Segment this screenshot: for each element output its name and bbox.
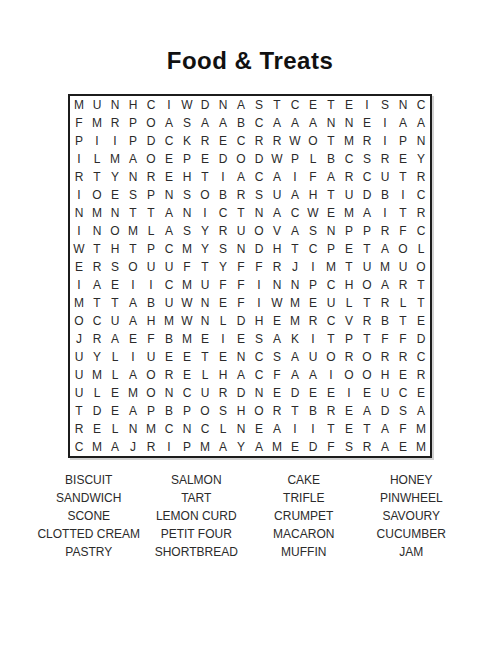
grid-cell[interactable]: B bbox=[304, 402, 322, 420]
grid-cell[interactable]: E bbox=[358, 114, 376, 132]
grid-cell[interactable]: F bbox=[394, 222, 412, 240]
grid-cell[interactable]: R bbox=[358, 132, 376, 150]
grid-cell[interactable]: U bbox=[142, 258, 160, 276]
grid-cell[interactable]: I bbox=[358, 96, 376, 114]
grid-cell[interactable]: T bbox=[70, 402, 88, 420]
grid-cell[interactable]: Y bbox=[196, 240, 214, 258]
grid-cell[interactable]: A bbox=[196, 114, 214, 132]
grid-cell[interactable]: C bbox=[394, 384, 412, 402]
grid-cell[interactable]: O bbox=[232, 150, 250, 168]
grid-cell[interactable]: U bbox=[322, 294, 340, 312]
grid-cell[interactable]: O bbox=[196, 186, 214, 204]
grid-cell[interactable]: U bbox=[340, 186, 358, 204]
grid-cell[interactable]: I bbox=[340, 384, 358, 402]
grid-cell[interactable]: U bbox=[232, 222, 250, 240]
grid-cell[interactable]: A bbox=[232, 96, 250, 114]
grid-cell[interactable]: I bbox=[250, 294, 268, 312]
grid-cell[interactable]: F bbox=[70, 114, 88, 132]
grid-cell[interactable]: C bbox=[250, 168, 268, 186]
grid-cell[interactable]: D bbox=[412, 330, 430, 348]
grid-cell[interactable]: A bbox=[106, 330, 124, 348]
grid-cell[interactable]: E bbox=[70, 258, 88, 276]
grid-cell[interactable]: T bbox=[322, 420, 340, 438]
grid-cell[interactable]: I bbox=[124, 276, 142, 294]
grid-cell[interactable]: L bbox=[214, 312, 232, 330]
grid-cell[interactable]: N bbox=[268, 276, 286, 294]
grid-cell[interactable]: E bbox=[106, 384, 124, 402]
grid-cell[interactable]: T bbox=[124, 204, 142, 222]
grid-cell[interactable]: N bbox=[196, 312, 214, 330]
grid-cell[interactable]: H bbox=[268, 240, 286, 258]
grid-cell[interactable]: E bbox=[394, 438, 412, 456]
grid-cell[interactable]: A bbox=[160, 114, 178, 132]
grid-cell[interactable]: T bbox=[196, 168, 214, 186]
grid-cell[interactable]: M bbox=[178, 276, 196, 294]
grid-cell[interactable]: N bbox=[232, 348, 250, 366]
grid-cell[interactable]: C bbox=[88, 312, 106, 330]
grid-cell[interactable]: Y bbox=[196, 222, 214, 240]
grid-cell[interactable]: C bbox=[322, 276, 340, 294]
grid-cell[interactable]: M bbox=[124, 384, 142, 402]
grid-cell[interactable]: B bbox=[160, 330, 178, 348]
grid-cell[interactable]: R bbox=[358, 312, 376, 330]
grid-cell[interactable]: R bbox=[412, 366, 430, 384]
grid-cell[interactable]: C bbox=[70, 438, 88, 456]
grid-cell[interactable]: T bbox=[412, 276, 430, 294]
grid-cell[interactable]: C bbox=[358, 168, 376, 186]
grid-cell[interactable]: E bbox=[358, 384, 376, 402]
grid-cell[interactable]: E bbox=[340, 240, 358, 258]
grid-cell[interactable]: E bbox=[340, 96, 358, 114]
grid-cell[interactable]: L bbox=[412, 240, 430, 258]
grid-cell[interactable]: O bbox=[394, 240, 412, 258]
grid-cell[interactable]: R bbox=[106, 114, 124, 132]
grid-cell[interactable]: I bbox=[286, 168, 304, 186]
grid-cell[interactable]: M bbox=[70, 294, 88, 312]
grid-cell[interactable]: T bbox=[196, 258, 214, 276]
grid-cell[interactable]: A bbox=[268, 330, 286, 348]
grid-cell[interactable]: M bbox=[286, 312, 304, 330]
grid-cell[interactable]: Y bbox=[214, 258, 232, 276]
grid-cell[interactable]: S bbox=[106, 258, 124, 276]
grid-cell[interactable]: M bbox=[88, 438, 106, 456]
grid-cell[interactable]: R bbox=[70, 420, 88, 438]
grid-cell[interactable]: E bbox=[340, 402, 358, 420]
grid-cell[interactable]: F bbox=[394, 420, 412, 438]
grid-cell[interactable]: A bbox=[268, 114, 286, 132]
grid-cell[interactable]: A bbox=[124, 312, 142, 330]
grid-cell[interactable]: A bbox=[124, 294, 142, 312]
grid-cell[interactable]: U bbox=[268, 186, 286, 204]
grid-cell[interactable]: H bbox=[250, 312, 268, 330]
grid-cell[interactable]: T bbox=[322, 330, 340, 348]
grid-cell[interactable]: E bbox=[412, 312, 430, 330]
grid-cell[interactable]: S bbox=[214, 402, 232, 420]
grid-cell[interactable]: R bbox=[376, 294, 394, 312]
grid-cell[interactable]: D bbox=[232, 384, 250, 402]
grid-cell[interactable]: H bbox=[142, 312, 160, 330]
grid-cell[interactable]: H bbox=[304, 186, 322, 204]
grid-cell[interactable]: D bbox=[304, 438, 322, 456]
grid-cell[interactable]: M bbox=[88, 366, 106, 384]
grid-cell[interactable]: T bbox=[340, 258, 358, 276]
grid-cell[interactable]: C bbox=[196, 420, 214, 438]
grid-cell[interactable]: I bbox=[304, 420, 322, 438]
grid-cell[interactable]: T bbox=[196, 348, 214, 366]
grid-cell[interactable]: P bbox=[178, 150, 196, 168]
grid-cell[interactable]: E bbox=[178, 366, 196, 384]
grid-cell[interactable]: M bbox=[106, 150, 124, 168]
grid-cell[interactable]: P bbox=[178, 402, 196, 420]
grid-cell[interactable]: N bbox=[322, 114, 340, 132]
grid-cell[interactable]: I bbox=[70, 222, 88, 240]
grid-cell[interactable]: F bbox=[376, 330, 394, 348]
grid-cell[interactable]: I bbox=[70, 186, 88, 204]
grid-cell[interactable]: A bbox=[358, 402, 376, 420]
grid-cell[interactable]: E bbox=[250, 420, 268, 438]
grid-cell[interactable]: A bbox=[358, 204, 376, 222]
grid-cell[interactable]: E bbox=[322, 204, 340, 222]
grid-cell[interactable]: O bbox=[412, 258, 430, 276]
grid-cell[interactable]: R bbox=[88, 258, 106, 276]
grid-cell[interactable]: E bbox=[106, 276, 124, 294]
grid-cell[interactable]: A bbox=[376, 276, 394, 294]
grid-cell[interactable]: N bbox=[340, 114, 358, 132]
grid-cell[interactable]: C bbox=[250, 114, 268, 132]
grid-cell[interactable]: A bbox=[268, 168, 286, 186]
grid-cell[interactable]: L bbox=[394, 294, 412, 312]
grid-cell[interactable]: N bbox=[88, 222, 106, 240]
grid-cell[interactable]: W bbox=[178, 312, 196, 330]
grid-cell[interactable]: A bbox=[214, 114, 232, 132]
grid-cell[interactable]: E bbox=[340, 420, 358, 438]
grid-cell[interactable]: O bbox=[142, 384, 160, 402]
grid-cell[interactable]: M bbox=[376, 258, 394, 276]
grid-cell[interactable]: T bbox=[124, 240, 142, 258]
grid-cell[interactable]: I bbox=[142, 276, 160, 294]
grid-cell[interactable]: T bbox=[358, 294, 376, 312]
grid-cell[interactable]: O bbox=[358, 366, 376, 384]
grid-cell[interactable]: A bbox=[394, 114, 412, 132]
grid-cell[interactable]: F bbox=[232, 258, 250, 276]
grid-cell[interactable]: D bbox=[286, 384, 304, 402]
grid-cell[interactable]: I bbox=[124, 348, 142, 366]
grid-cell[interactable]: S bbox=[358, 150, 376, 168]
grid-cell[interactable]: P bbox=[70, 132, 88, 150]
grid-cell[interactable]: J bbox=[286, 258, 304, 276]
grid-cell[interactable]: Y bbox=[412, 150, 430, 168]
grid-cell[interactable]: L bbox=[88, 384, 106, 402]
grid-cell[interactable]: P bbox=[340, 330, 358, 348]
grid-cell[interactable]: M bbox=[142, 420, 160, 438]
grid-cell[interactable]: E bbox=[232, 330, 250, 348]
grid-cell[interactable]: I bbox=[286, 420, 304, 438]
grid-cell[interactable]: M bbox=[412, 420, 430, 438]
grid-cell[interactable]: E bbox=[88, 420, 106, 438]
grid-cell[interactable]: R bbox=[340, 348, 358, 366]
grid-cell[interactable]: A bbox=[232, 168, 250, 186]
grid-cell[interactable]: P bbox=[358, 222, 376, 240]
grid-cell[interactable]: Y bbox=[106, 168, 124, 186]
grid-cell[interactable]: N bbox=[412, 132, 430, 150]
grid-cell[interactable]: N bbox=[232, 240, 250, 258]
grid-cell[interactable]: A bbox=[304, 114, 322, 132]
grid-cell[interactable]: F bbox=[304, 168, 322, 186]
grid-cell[interactable]: W bbox=[304, 204, 322, 222]
grid-cell[interactable]: N bbox=[106, 204, 124, 222]
grid-cell[interactable]: A bbox=[286, 114, 304, 132]
grid-cell[interactable]: P bbox=[394, 132, 412, 150]
grid-cell[interactable]: I bbox=[214, 330, 232, 348]
grid-cell[interactable]: A bbox=[124, 402, 142, 420]
grid-cell[interactable]: C bbox=[160, 276, 178, 294]
grid-cell[interactable]: A bbox=[232, 366, 250, 384]
grid-cell[interactable]: O bbox=[142, 366, 160, 384]
grid-cell[interactable]: R bbox=[412, 204, 430, 222]
grid-cell[interactable]: O bbox=[142, 150, 160, 168]
grid-cell[interactable]: O bbox=[142, 114, 160, 132]
grid-cell[interactable]: D bbox=[196, 96, 214, 114]
grid-cell[interactable]: I bbox=[250, 276, 268, 294]
grid-cell[interactable]: N bbox=[232, 420, 250, 438]
grid-cell[interactable]: F bbox=[250, 258, 268, 276]
grid-cell[interactable]: R bbox=[250, 132, 268, 150]
grid-cell[interactable]: A bbox=[286, 348, 304, 366]
grid-cell[interactable]: R bbox=[376, 222, 394, 240]
grid-cell[interactable]: A bbox=[124, 150, 142, 168]
grid-cell[interactable]: O bbox=[70, 312, 88, 330]
grid-cell[interactable]: M bbox=[88, 114, 106, 132]
grid-cell[interactable]: R bbox=[160, 366, 178, 384]
grid-cell[interactable]: P bbox=[340, 222, 358, 240]
grid-cell[interactable]: E bbox=[394, 150, 412, 168]
grid-cell[interactable]: C bbox=[142, 96, 160, 114]
grid-cell[interactable]: R bbox=[376, 150, 394, 168]
grid-cell[interactable]: S bbox=[214, 240, 232, 258]
grid-cell[interactable]: N bbox=[250, 384, 268, 402]
grid-cell[interactable]: B bbox=[160, 402, 178, 420]
grid-cell[interactable]: C bbox=[340, 150, 358, 168]
grid-cell[interactable]: E bbox=[196, 150, 214, 168]
grid-cell[interactable]: N bbox=[286, 276, 304, 294]
grid-cell[interactable]: M bbox=[286, 294, 304, 312]
grid-cell[interactable]: C bbox=[322, 312, 340, 330]
grid-cell[interactable]: O bbox=[340, 366, 358, 384]
grid-cell[interactable]: R bbox=[232, 186, 250, 204]
grid-cell[interactable]: P bbox=[304, 276, 322, 294]
grid-cell[interactable]: U bbox=[376, 384, 394, 402]
grid-cell[interactable]: T bbox=[358, 240, 376, 258]
grid-cell[interactable]: T bbox=[106, 294, 124, 312]
grid-cell[interactable]: R bbox=[358, 438, 376, 456]
grid-cell[interactable]: S bbox=[376, 96, 394, 114]
grid-cell[interactable]: M bbox=[124, 222, 142, 240]
grid-cell[interactable]: F bbox=[214, 276, 232, 294]
grid-cell[interactable]: W bbox=[286, 132, 304, 150]
grid-cell[interactable]: E bbox=[214, 294, 232, 312]
grid-cell[interactable]: S bbox=[304, 222, 322, 240]
grid-cell[interactable]: H bbox=[106, 240, 124, 258]
grid-cell[interactable]: D bbox=[88, 402, 106, 420]
grid-cell[interactable]: I bbox=[376, 132, 394, 150]
grid-cell[interactable]: E bbox=[268, 312, 286, 330]
grid-cell[interactable]: U bbox=[160, 294, 178, 312]
grid-cell[interactable]: D bbox=[142, 132, 160, 150]
grid-cell[interactable]: N bbox=[124, 168, 142, 186]
grid-cell[interactable]: F bbox=[322, 438, 340, 456]
grid-cell[interactable]: R bbox=[394, 276, 412, 294]
grid-cell[interactable]: P bbox=[142, 240, 160, 258]
grid-cell[interactable]: U bbox=[376, 168, 394, 186]
grid-cell[interactable]: D bbox=[214, 150, 232, 168]
grid-cell[interactable]: H bbox=[340, 276, 358, 294]
grid-cell[interactable]: M bbox=[178, 330, 196, 348]
grid-cell[interactable]: T bbox=[88, 240, 106, 258]
grid-cell[interactable]: P bbox=[142, 186, 160, 204]
grid-cell[interactable]: M bbox=[322, 258, 340, 276]
grid-cell[interactable]: O bbox=[196, 402, 214, 420]
grid-cell[interactable]: E bbox=[322, 384, 340, 402]
grid-cell[interactable]: D bbox=[250, 240, 268, 258]
grid-cell[interactable]: U bbox=[70, 366, 88, 384]
grid-cell[interactable]: F bbox=[268, 366, 286, 384]
grid-cell[interactable]: I bbox=[322, 366, 340, 384]
grid-cell[interactable]: N bbox=[160, 186, 178, 204]
grid-cell[interactable]: N bbox=[322, 222, 340, 240]
grid-cell[interactable]: I bbox=[160, 96, 178, 114]
grid-cell[interactable]: R bbox=[304, 312, 322, 330]
grid-cell[interactable]: E bbox=[412, 384, 430, 402]
grid-cell[interactable]: K bbox=[178, 132, 196, 150]
grid-cell[interactable]: U bbox=[70, 384, 88, 402]
grid-cell[interactable]: B bbox=[322, 150, 340, 168]
grid-cell[interactable]: S bbox=[250, 330, 268, 348]
grid-cell[interactable]: E bbox=[178, 348, 196, 366]
grid-cell[interactable]: U bbox=[160, 258, 178, 276]
grid-cell[interactable]: F bbox=[178, 258, 196, 276]
grid-cell[interactable]: V bbox=[340, 312, 358, 330]
grid-cell[interactable]: N bbox=[250, 204, 268, 222]
grid-cell[interactable]: M bbox=[268, 438, 286, 456]
grid-cell[interactable]: K bbox=[286, 330, 304, 348]
grid-cell[interactable]: R bbox=[142, 438, 160, 456]
grid-cell[interactable]: E bbox=[286, 438, 304, 456]
grid-cell[interactable]: I bbox=[304, 258, 322, 276]
grid-cell[interactable]: A bbox=[88, 276, 106, 294]
grid-cell[interactable]: P bbox=[322, 240, 340, 258]
grid-cell[interactable]: T bbox=[322, 186, 340, 204]
grid-cell[interactable]: S bbox=[178, 222, 196, 240]
grid-cell[interactable]: S bbox=[178, 186, 196, 204]
grid-cell[interactable]: P bbox=[286, 150, 304, 168]
grid-cell[interactable]: R bbox=[88, 330, 106, 348]
grid-cell[interactable]: N bbox=[106, 96, 124, 114]
grid-cell[interactable]: M bbox=[178, 240, 196, 258]
grid-cell[interactable]: I bbox=[376, 114, 394, 132]
grid-cell[interactable]: C bbox=[232, 132, 250, 150]
grid-cell[interactable]: U bbox=[394, 258, 412, 276]
grid-cell[interactable]: T bbox=[142, 204, 160, 222]
grid-cell[interactable]: T bbox=[412, 294, 430, 312]
grid-cell[interactable]: O bbox=[124, 258, 142, 276]
grid-cell[interactable]: E bbox=[124, 330, 142, 348]
grid-cell[interactable]: S bbox=[178, 114, 196, 132]
grid-cell[interactable]: I bbox=[160, 438, 178, 456]
grid-cell[interactable]: S bbox=[250, 96, 268, 114]
grid-cell[interactable]: N bbox=[178, 204, 196, 222]
grid-cell[interactable]: W bbox=[70, 240, 88, 258]
grid-cell[interactable]: C bbox=[250, 366, 268, 384]
grid-cell[interactable]: L bbox=[304, 150, 322, 168]
grid-cell[interactable]: C bbox=[160, 420, 178, 438]
grid-cell[interactable]: H bbox=[214, 366, 232, 384]
grid-cell[interactable]: L bbox=[106, 348, 124, 366]
grid-cell[interactable]: O bbox=[250, 222, 268, 240]
grid-cell[interactable]: N bbox=[70, 204, 88, 222]
grid-cell[interactable]: T bbox=[394, 204, 412, 222]
grid-cell[interactable]: N bbox=[178, 420, 196, 438]
grid-cell[interactable]: E bbox=[160, 150, 178, 168]
grid-cell[interactable]: A bbox=[322, 168, 340, 186]
grid-cell[interactable]: L bbox=[88, 150, 106, 168]
grid-cell[interactable]: C bbox=[160, 132, 178, 150]
grid-cell[interactable]: R bbox=[142, 168, 160, 186]
grid-cell[interactable]: I bbox=[304, 330, 322, 348]
grid-cell[interactable]: E bbox=[214, 348, 232, 366]
grid-cell[interactable]: D bbox=[376, 402, 394, 420]
grid-cell[interactable]: S bbox=[268, 348, 286, 366]
grid-cell[interactable]: E bbox=[106, 186, 124, 204]
grid-cell[interactable]: J bbox=[70, 330, 88, 348]
grid-cell[interactable]: A bbox=[160, 204, 178, 222]
grid-cell[interactable]: A bbox=[268, 420, 286, 438]
grid-cell[interactable]: R bbox=[268, 402, 286, 420]
grid-cell[interactable]: I bbox=[214, 168, 232, 186]
grid-cell[interactable]: N bbox=[394, 96, 412, 114]
grid-cell[interactable]: M bbox=[196, 438, 214, 456]
grid-cell[interactable]: U bbox=[196, 384, 214, 402]
grid-cell[interactable]: C bbox=[214, 204, 232, 222]
grid-cell[interactable]: T bbox=[394, 312, 412, 330]
grid-cell[interactable]: U bbox=[106, 312, 124, 330]
grid-cell[interactable]: E bbox=[394, 366, 412, 384]
grid-cell[interactable]: T bbox=[88, 168, 106, 186]
grid-cell[interactable]: U bbox=[70, 348, 88, 366]
grid-cell[interactable]: M bbox=[340, 132, 358, 150]
grid-cell[interactable]: B bbox=[214, 186, 232, 204]
grid-cell[interactable]: A bbox=[214, 438, 232, 456]
grid-cell[interactable]: U bbox=[304, 348, 322, 366]
grid-cell[interactable]: O bbox=[88, 186, 106, 204]
grid-cell[interactable]: E bbox=[160, 168, 178, 186]
grid-cell[interactable]: A bbox=[286, 222, 304, 240]
grid-cell[interactable]: R bbox=[268, 258, 286, 276]
grid-cell[interactable]: H bbox=[178, 168, 196, 186]
grid-cell[interactable]: T bbox=[358, 420, 376, 438]
grid-cell[interactable]: L bbox=[340, 294, 358, 312]
grid-cell[interactable]: A bbox=[412, 402, 430, 420]
grid-cell[interactable]: U bbox=[142, 348, 160, 366]
grid-cell[interactable]: D bbox=[358, 186, 376, 204]
grid-cell[interactable]: N bbox=[196, 294, 214, 312]
grid-cell[interactable]: T bbox=[358, 330, 376, 348]
grid-cell[interactable]: M bbox=[88, 204, 106, 222]
grid-cell[interactable]: W bbox=[268, 294, 286, 312]
grid-cell[interactable]: B bbox=[232, 114, 250, 132]
grid-cell[interactable]: U bbox=[88, 96, 106, 114]
grid-cell[interactable]: E bbox=[106, 402, 124, 420]
grid-cell[interactable]: T bbox=[322, 96, 340, 114]
